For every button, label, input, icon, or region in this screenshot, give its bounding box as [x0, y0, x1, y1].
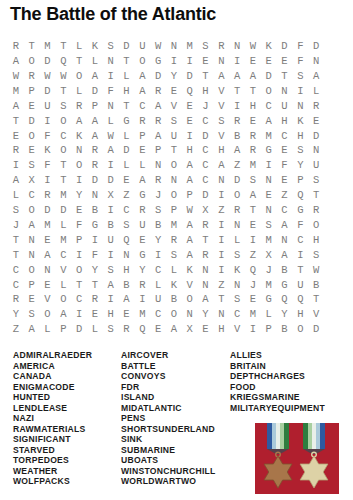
grid-cell: N — [24, 233, 40, 248]
grid-cell: D — [198, 188, 214, 203]
grid-cell: W — [103, 128, 119, 143]
grid-cell: P — [71, 233, 87, 248]
grid-cell: E — [245, 113, 261, 128]
grid-cell: O — [55, 143, 71, 158]
grid-cell: D — [119, 39, 135, 54]
grid-cell: A — [182, 218, 198, 233]
grid-cell: T — [24, 39, 40, 54]
grid-cell: Y — [150, 233, 166, 248]
grid-cell: V — [166, 99, 182, 114]
grid-cell: P — [150, 143, 166, 158]
grid-cell: A — [87, 113, 103, 128]
grid-cell: O — [40, 307, 56, 322]
word-list-item: SIGNIFICANT — [13, 434, 92, 445]
grid-cell: Q — [277, 292, 293, 307]
grid-cell: P — [134, 128, 150, 143]
grid-cell: I — [213, 233, 229, 248]
grid-cell: E — [277, 173, 293, 188]
grid-cell: O — [229, 188, 245, 203]
grid-cell: I — [40, 173, 56, 188]
word-list-item: BATTLE — [121, 361, 216, 372]
grid-cell: I — [103, 292, 119, 307]
grid-cell: M — [245, 307, 261, 322]
grid-cell: U — [40, 99, 56, 114]
grid-cell: A — [119, 292, 135, 307]
grid-cell: N — [24, 248, 40, 263]
grid-cell: B — [229, 128, 245, 143]
grid-cell: L — [229, 233, 245, 248]
grid-cell: M — [40, 39, 56, 54]
grid-cell: Q — [245, 262, 261, 277]
grid-cell: C — [198, 113, 214, 128]
grid-cell: T — [277, 69, 293, 84]
grid-cell: N — [198, 262, 214, 277]
grid-cell: A — [134, 69, 150, 84]
grid-cell: O — [55, 113, 71, 128]
grid-cell: A — [40, 248, 56, 263]
grid-cell: F — [277, 158, 293, 173]
grid-cell: C — [150, 307, 166, 322]
grid-cell: E — [87, 307, 103, 322]
grid-cell: B — [277, 262, 293, 277]
grid-cell: E — [40, 277, 56, 292]
grid-cell: R — [87, 292, 103, 307]
grid-cell: H — [182, 143, 198, 158]
grid-cell: R — [8, 292, 24, 307]
grid-cell: Q — [55, 54, 71, 69]
word-list-item: KRIEGSMARINE — [230, 392, 325, 403]
grid-cell: T — [87, 277, 103, 292]
grid-cell: P — [182, 188, 198, 203]
grid-cell: L — [261, 307, 277, 322]
grid-cell: D — [87, 173, 103, 188]
grid-cell: R — [24, 69, 40, 84]
word-list-item: PENS — [121, 413, 216, 424]
grid-cell: N — [198, 277, 214, 292]
grid-cell: K — [261, 39, 277, 54]
grid-cell: I — [229, 54, 245, 69]
grid-cell: J — [150, 188, 166, 203]
grid-cell: U — [277, 99, 293, 114]
grid-cell: A — [229, 143, 245, 158]
grid-cell: D — [87, 84, 103, 99]
grid-cell: C — [277, 128, 293, 143]
grid-cell: T — [55, 173, 71, 188]
grid-cell: M — [261, 128, 277, 143]
grid-cell: T — [55, 84, 71, 99]
grid-cell: W — [245, 39, 261, 54]
grid-cell: Y — [87, 262, 103, 277]
grid-cell: A — [103, 277, 119, 292]
word-list-column-2: AIRCOVERBATTLECONVOYSFDRISLANDMIDATLANTI… — [121, 350, 216, 487]
grid-cell: C — [198, 143, 214, 158]
grid-cell: C — [8, 277, 24, 292]
grid-cell: V — [40, 292, 56, 307]
grid-cell: D — [150, 69, 166, 84]
grid-cell: L — [150, 277, 166, 292]
grid-cell: W — [150, 39, 166, 54]
word-list-column-3: ALLIESBRITAINDEPTHCHARGESFOODKRIEGSMARIN… — [230, 350, 325, 413]
grid-cell: D — [308, 128, 324, 143]
grid-cell: N — [213, 307, 229, 322]
grid-cell: Q — [119, 233, 135, 248]
grid-cell: Y — [198, 307, 214, 322]
grid-cell: D — [24, 113, 40, 128]
grid-cell: A — [87, 69, 103, 84]
grid-cell: X — [182, 322, 198, 337]
grid-cell: F — [40, 128, 56, 143]
grid-cell: P — [166, 203, 182, 218]
grid-cell: R — [245, 143, 261, 158]
grid-cell: C — [229, 307, 245, 322]
word-list-item: CANADA — [13, 371, 92, 382]
grid-cell: C — [55, 248, 71, 263]
grid-cell: K — [292, 113, 308, 128]
word-list-item: UBOATS — [121, 455, 216, 466]
grid-cell: K — [166, 277, 182, 292]
right-ribbon-icon — [303, 423, 325, 454]
word-list-item: NAZI — [13, 413, 92, 424]
grid-cell: H — [292, 128, 308, 143]
grid-cell: P — [87, 99, 103, 114]
grid-cell: N — [150, 158, 166, 173]
grid-cell: G — [261, 292, 277, 307]
grid-cell: A — [182, 233, 198, 248]
grid-cell: G — [261, 143, 277, 158]
grid-cell: D — [40, 203, 56, 218]
grid-cell: U — [166, 128, 182, 143]
grid-cell: K — [40, 143, 56, 158]
grid-cell: U — [103, 233, 119, 248]
grid-cell: E — [8, 128, 24, 143]
grid-cell: Q — [292, 188, 308, 203]
grid-cell: A — [308, 69, 324, 84]
grid-cell: A — [134, 84, 150, 99]
word-list-item: AMERICA — [13, 361, 92, 372]
grid-cell: T — [8, 248, 24, 263]
grid-cell: T — [8, 113, 24, 128]
grid-cell: N — [277, 233, 293, 248]
page-title: The Battle of the Atlantic — [10, 4, 216, 25]
grid-cell: B — [150, 218, 166, 233]
grid-cell: A — [24, 322, 40, 337]
grid-cell: E — [119, 307, 135, 322]
word-list-item: MIDATLANTIC — [121, 403, 216, 414]
grid-cell: O — [261, 84, 277, 99]
grid-cell: I — [71, 248, 87, 263]
grid-cell: D — [103, 173, 119, 188]
grid-cell: M — [182, 39, 198, 54]
grid-cell: Z — [245, 248, 261, 263]
grid-cell: U — [292, 277, 308, 292]
grid-cell: S — [24, 158, 40, 173]
grid-cell: N — [308, 143, 324, 158]
grid-cell: I — [213, 262, 229, 277]
grid-cell: E — [24, 143, 40, 158]
grid-cell: S — [8, 203, 24, 218]
grid-cell: C — [198, 158, 214, 173]
grid-cell: S — [166, 113, 182, 128]
grid-cell: H — [213, 143, 229, 158]
grid-cell: G — [134, 188, 150, 203]
grid-cell: C — [292, 233, 308, 248]
grid-cell: W — [40, 69, 56, 84]
grid-cell: O — [71, 262, 87, 277]
grid-cell: X — [103, 188, 119, 203]
grid-cell: N — [182, 307, 198, 322]
grid-cell: A — [277, 218, 293, 233]
grid-cell: H — [292, 307, 308, 322]
grid-cell: R — [150, 84, 166, 99]
grid-cell: S — [245, 173, 261, 188]
grid-cell: O — [166, 188, 182, 203]
grid-cell: Y — [166, 69, 182, 84]
grid-cell: A — [245, 188, 261, 203]
grid-cell: G — [87, 218, 103, 233]
grid-cell: E — [182, 99, 198, 114]
grid-cell: V — [229, 322, 245, 337]
grid-cell: P — [292, 173, 308, 188]
grid-cell: A — [8, 54, 24, 69]
grid-cell: E — [24, 292, 40, 307]
grid-cell: V — [182, 277, 198, 292]
word-list-item: STARVED — [13, 445, 92, 456]
grid-cell: L — [103, 113, 119, 128]
grid-cell: S — [308, 173, 324, 188]
grid-cell: M — [261, 277, 277, 292]
grid-cell: C — [71, 292, 87, 307]
grid-cell: E — [134, 143, 150, 158]
word-list-item: AIRCOVER — [121, 350, 216, 361]
grid-cell: A — [71, 113, 87, 128]
grid-cell: T — [292, 262, 308, 277]
grid-cell: N — [229, 39, 245, 54]
grid-cell: S — [261, 218, 277, 233]
grid-cell: M — [245, 158, 261, 173]
grid-cell: A — [245, 69, 261, 84]
word-list-item: WOLFPACKS — [13, 476, 92, 487]
grid-cell: R — [150, 173, 166, 188]
grid-cell: Y — [71, 188, 87, 203]
grid-cell: S — [308, 248, 324, 263]
grid-cell: C — [24, 188, 40, 203]
grid-cell: U — [134, 218, 150, 233]
grid-cell: A — [166, 322, 182, 337]
grid-cell: T — [245, 203, 261, 218]
grid-cell: J — [245, 277, 261, 292]
grid-cell: I — [71, 307, 87, 322]
grid-cell: S — [229, 248, 245, 263]
grid-cell: H — [103, 307, 119, 322]
grid-cell: D — [71, 322, 87, 337]
grid-cell: P — [55, 322, 71, 337]
atlantic-star-medals-photo — [255, 423, 339, 494]
grid-cell: M — [55, 233, 71, 248]
grid-cell: W — [308, 262, 324, 277]
grid-cell: F — [40, 158, 56, 173]
grid-cell: F — [292, 218, 308, 233]
grid-cell: L — [119, 158, 135, 173]
grid-cell: A — [182, 173, 198, 188]
grid-cell: D — [55, 203, 71, 218]
grid-cell: O — [55, 292, 71, 307]
grid-cell: M — [8, 84, 24, 99]
grid-cell: M — [261, 233, 277, 248]
word-list-item: WEATHER — [13, 466, 92, 477]
grid-cell: D — [119, 143, 135, 158]
grid-cell: A — [229, 69, 245, 84]
grid-cell: A — [24, 218, 40, 233]
grid-cell: I — [182, 54, 198, 69]
grid-cell: M — [134, 307, 150, 322]
grid-cell: R — [198, 248, 214, 263]
grid-cell: I — [150, 248, 166, 263]
grid-cell: A — [150, 128, 166, 143]
grid-cell: Y — [292, 158, 308, 173]
grid-cell: Z — [229, 158, 245, 173]
grid-cell: C — [150, 262, 166, 277]
grid-cell: M — [55, 188, 71, 203]
grid-cell: T — [198, 233, 214, 248]
grid-cell: S — [103, 39, 119, 54]
grid-cell: A — [150, 99, 166, 114]
grid-cell: J — [261, 262, 277, 277]
grid-cell: A — [8, 173, 24, 188]
grid-cell: U — [134, 39, 150, 54]
grid-cell: E — [40, 233, 56, 248]
word-list-item: ISLAND — [121, 392, 216, 403]
grid-cell: Z — [277, 188, 293, 203]
grid-cell: L — [119, 69, 135, 84]
grid-cell: S — [103, 262, 119, 277]
grid-cell: P — [24, 277, 40, 292]
grid-cell: C — [198, 173, 214, 188]
grid-cell: F — [103, 84, 119, 99]
grid-cell: A — [8, 99, 24, 114]
word-list-item: TORPEDOES — [13, 455, 92, 466]
grid-cell: V — [213, 84, 229, 99]
grid-cell: Z — [213, 203, 229, 218]
grid-cell: R — [87, 158, 103, 173]
grid-cell: S — [213, 113, 229, 128]
grid-cell: S — [229, 292, 245, 307]
grid-cell: I — [245, 322, 261, 337]
grid-cell: L — [8, 188, 24, 203]
grid-cell: N — [277, 84, 293, 99]
word-list-item: ENIGMACODE — [13, 382, 92, 393]
word-list-item: HUNTED — [13, 392, 92, 403]
grid-cell: I — [103, 158, 119, 173]
grid-cell: T — [213, 292, 229, 307]
word-list-item: SHORTSUNDERLAND — [121, 424, 216, 435]
grid-cell: I — [166, 54, 182, 69]
grid-cell: T — [55, 39, 71, 54]
grid-cell: C — [55, 128, 71, 143]
grid-cell: H — [277, 113, 293, 128]
grid-cell: N — [229, 277, 245, 292]
grid-cell: R — [308, 99, 324, 114]
grid-cell: X — [261, 248, 277, 263]
grid-cell: R — [134, 277, 150, 292]
grid-cell: A — [87, 128, 103, 143]
grid-cell: O — [24, 203, 40, 218]
left-ribbon-icon — [267, 423, 289, 454]
grid-cell: O — [24, 54, 40, 69]
grid-cell: Q — [182, 84, 198, 99]
grid-cell: I — [103, 248, 119, 263]
grid-cell: I — [213, 218, 229, 233]
grid-cell: C — [119, 203, 135, 218]
grid-cell: L — [119, 128, 135, 143]
grid-cell: I — [213, 248, 229, 263]
grid-cell: S — [103, 322, 119, 337]
grid-cell: D — [182, 69, 198, 84]
grid-cell: V — [213, 99, 229, 114]
grid-cell: N — [166, 39, 182, 54]
grid-cell: R — [150, 113, 166, 128]
grid-cell: K — [87, 39, 103, 54]
word-list-column-1: ADMIRALRAEDERAMERICACANADAENIGMACODEHUNT… — [13, 350, 92, 487]
grid-cell: E — [245, 292, 261, 307]
word-list-item: ADMIRALRAEDER — [13, 350, 92, 361]
word-list-item: BRITAIN — [230, 361, 325, 372]
grid-cell: T — [198, 69, 214, 84]
grid-cell: C — [277, 203, 293, 218]
grid-cell: O — [24, 128, 40, 143]
grid-cell: T — [119, 99, 135, 114]
grid-cell: E — [261, 54, 277, 69]
grid-cell: N — [213, 173, 229, 188]
grid-cell: K — [182, 262, 198, 277]
grid-cell: O — [71, 69, 87, 84]
grid-cell: P — [261, 322, 277, 337]
grid-cell: I — [134, 292, 150, 307]
grid-cell: F — [87, 248, 103, 263]
grid-cell: L — [55, 277, 71, 292]
grid-cell: T — [8, 233, 24, 248]
grid-cell: A — [55, 307, 71, 322]
medals-illustration — [255, 423, 339, 494]
grid-cell: D — [198, 128, 214, 143]
word-list-item: SUBMARINE — [121, 445, 216, 456]
grid-cell: E — [198, 54, 214, 69]
grid-cell: R — [71, 99, 87, 114]
grid-cell: J — [8, 218, 24, 233]
grid-cell: D — [277, 39, 293, 54]
grid-cell: W — [8, 69, 24, 84]
grid-cell: I — [40, 113, 56, 128]
grid-cell: T — [71, 277, 87, 292]
grid-cell: E — [24, 99, 40, 114]
grid-cell: L — [55, 218, 71, 233]
grid-cell: L — [87, 322, 103, 337]
grid-cell: Q — [134, 322, 150, 337]
grid-cell: S — [24, 307, 40, 322]
word-search-grid: RTMTLKSDUWNMSRNWKDFDAODQTLNTOGIIENIEEEFN… — [8, 39, 324, 337]
word-list-item: WINSTONCHURCHILL — [121, 466, 216, 477]
grid-cell: Z — [8, 322, 24, 337]
grid-cell: Z — [213, 277, 229, 292]
grid-cell: R — [8, 143, 24, 158]
grid-cell: I — [261, 158, 277, 173]
grid-cell: S — [166, 248, 182, 263]
grid-cell: W — [182, 203, 198, 218]
grid-cell: O — [308, 218, 324, 233]
grid-cell: I — [103, 203, 119, 218]
grid-cell: F — [292, 54, 308, 69]
grid-cell: E — [182, 113, 198, 128]
grid-cell: I — [103, 69, 119, 84]
